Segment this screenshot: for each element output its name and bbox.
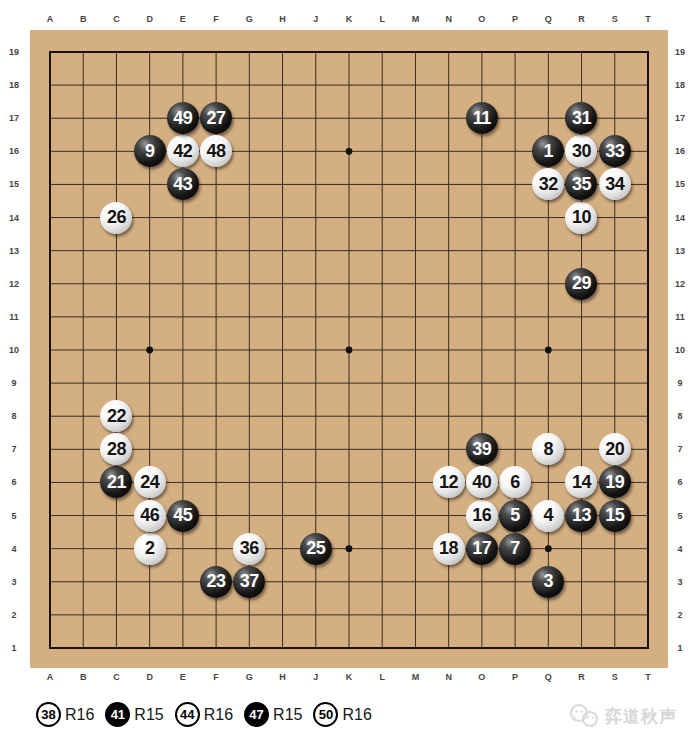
stone-g3-black-37: 37 [233,566,265,598]
row-label-right-9: 9 [668,377,692,389]
stone-c6-black-21: 21 [100,466,132,498]
row-label-right-7: 7 [668,443,692,455]
row-label-left-1: 1 [2,642,26,654]
col-label-top-h: H [273,13,293,25]
row-label-right-16: 16 [668,145,692,157]
row-label-right-6: 6 [668,476,692,488]
watermark: 弈道秋声 [570,704,677,728]
col-label-top-d: D [140,13,160,25]
col-label-top-t: T [638,13,658,25]
col-label-bottom-c: C [106,671,126,683]
col-label-bottom-q: Q [538,671,558,683]
col-label-top-q: Q [538,13,558,25]
row-label-left-12: 12 [2,278,26,290]
col-label-top-l: L [372,13,392,25]
row-label-left-8: 8 [2,410,26,422]
stone-o4-black-17: 17 [466,533,498,565]
col-label-top-p: P [505,13,525,25]
col-label-bottom-d: D [140,671,160,683]
stone-s15-white-34: 34 [599,168,631,200]
stone-r16-white-30: 30 [565,135,597,167]
row-label-left-17: 17 [2,112,26,124]
stone-s7-white-20: 20 [599,433,631,465]
row-label-right-11: 11 [668,311,692,323]
caption-coord-41: R15 [134,706,163,724]
col-label-top-s: S [605,13,625,25]
caption-coord-50: R16 [342,706,371,724]
stone-r12-black-29: 29 [565,268,597,300]
stone-o7-black-39: 39 [466,433,498,465]
col-label-top-o: O [472,13,492,25]
col-label-bottom-h: H [273,671,293,683]
caption-stone-47-black: 47 [244,702,269,727]
stone-q7-white-8: 8 [532,433,564,465]
caption-coord-47: R15 [273,706,302,724]
col-label-bottom-f: F [206,671,226,683]
row-label-left-19: 19 [2,46,26,58]
col-label-bottom-p: P [505,671,525,683]
row-label-left-5: 5 [2,510,26,522]
row-label-right-12: 12 [668,278,692,290]
stone-r6-white-14: 14 [565,466,597,498]
col-label-top-j: J [306,13,326,25]
stone-s6-black-19: 19 [599,466,631,498]
row-label-right-5: 5 [668,510,692,522]
col-label-bottom-n: N [439,671,459,683]
col-label-top-k: K [339,13,359,25]
stone-p6-white-6: 6 [499,466,531,498]
stone-c8-white-22: 22 [100,400,132,432]
stone-c14-white-26: 26 [100,202,132,234]
row-label-right-4: 4 [668,543,692,555]
stones-grid: 1234567891011121314151617181920212223242… [33,35,664,664]
stone-f16-white-48: 48 [200,135,232,167]
row-label-right-18: 18 [668,79,692,91]
row-label-right-19: 19 [668,46,692,58]
row-label-right-15: 15 [668,178,692,190]
watermark-text: 弈道秋声 [605,705,677,728]
stone-p5-black-5: 5 [499,500,531,532]
stone-q5-white-4: 4 [532,500,564,532]
caption-stone-38-white: 38 [36,702,61,727]
row-label-right-8: 8 [668,410,692,422]
stone-s5-black-15: 15 [599,500,631,532]
stone-p4-black-7: 7 [499,533,531,565]
stone-e5-black-45: 45 [167,500,199,532]
stone-q16-black-1: 1 [532,135,564,167]
col-label-bottom-o: O [472,671,492,683]
row-label-right-3: 3 [668,576,692,588]
col-label-top-m: M [405,13,425,25]
row-label-left-15: 15 [2,178,26,190]
stone-n4-white-18: 18 [433,533,465,565]
stone-q3-black-3: 3 [532,566,564,598]
stone-f3-black-23: 23 [200,566,232,598]
caption-stone-44-white: 44 [175,702,200,727]
stone-f17-black-27: 27 [200,102,232,134]
row-label-left-3: 3 [2,576,26,588]
stone-e15-black-43: 43 [167,168,199,200]
stone-d6-white-24: 24 [134,466,166,498]
go-board: 1234567891011121314151617181920212223242… [30,30,668,668]
col-label-bottom-t: T [638,671,658,683]
row-label-left-13: 13 [2,245,26,257]
stone-r14-white-10: 10 [565,202,597,234]
row-label-right-1: 1 [668,642,692,654]
col-label-bottom-e: E [173,671,193,683]
stone-r5-black-13: 13 [565,500,597,532]
caption-stone-41-black: 41 [105,702,130,727]
caption-stone-50-white: 50 [313,702,338,727]
row-label-left-11: 11 [2,311,26,323]
row-label-left-18: 18 [2,79,26,91]
col-label-bottom-a: A [40,671,60,683]
row-label-left-16: 16 [2,145,26,157]
wechat-icon [570,704,600,728]
stone-q15-white-32: 32 [532,168,564,200]
row-label-right-2: 2 [668,609,692,621]
row-label-left-10: 10 [2,344,26,356]
col-label-top-r: R [572,13,592,25]
col-label-top-e: E [173,13,193,25]
row-label-right-10: 10 [668,344,692,356]
caption-coord-38: R16 [65,706,94,724]
col-label-bottom-s: S [605,671,625,683]
row-label-right-13: 13 [668,245,692,257]
stone-s16-black-33: 33 [599,135,631,167]
row-label-left-6: 6 [2,476,26,488]
stone-r17-black-31: 31 [565,102,597,134]
row-label-left-7: 7 [2,443,26,455]
col-label-top-a: A [40,13,60,25]
col-label-top-b: B [73,13,93,25]
col-label-bottom-l: L [372,671,392,683]
col-label-bottom-b: B [73,671,93,683]
col-label-bottom-r: R [572,671,592,683]
row-label-left-14: 14 [2,212,26,224]
col-label-bottom-g: G [239,671,259,683]
row-label-right-14: 14 [668,212,692,224]
page: 1234567891011121314151617181920212223242… [0,0,700,749]
col-label-top-g: G [239,13,259,25]
row-label-right-17: 17 [668,112,692,124]
col-label-top-c: C [106,13,126,25]
col-label-bottom-j: J [306,671,326,683]
stone-d16-black-9: 9 [134,135,166,167]
move-caption: 38R1641R1544R1647R1550R16 [36,702,383,727]
stone-e17-black-49: 49 [167,102,199,134]
col-label-top-f: F [206,13,226,25]
stone-g4-white-36: 36 [233,533,265,565]
col-label-bottom-k: K [339,671,359,683]
stone-o5-white-16: 16 [466,500,498,532]
row-label-left-2: 2 [2,609,26,621]
row-label-left-4: 4 [2,543,26,555]
stone-o6-white-40: 40 [466,466,498,498]
stone-d5-white-46: 46 [134,500,166,532]
stone-r15-black-35: 35 [565,168,597,200]
caption-coord-44: R16 [204,706,233,724]
stone-e16-white-42: 42 [167,135,199,167]
stone-j4-black-25: 25 [300,533,332,565]
col-label-top-n: N [439,13,459,25]
stone-c7-white-28: 28 [100,433,132,465]
row-label-left-9: 9 [2,377,26,389]
stone-n6-white-12: 12 [433,466,465,498]
stone-d4-white-2: 2 [134,533,166,565]
col-label-bottom-m: M [405,671,425,683]
stone-o17-black-11: 11 [466,102,498,134]
